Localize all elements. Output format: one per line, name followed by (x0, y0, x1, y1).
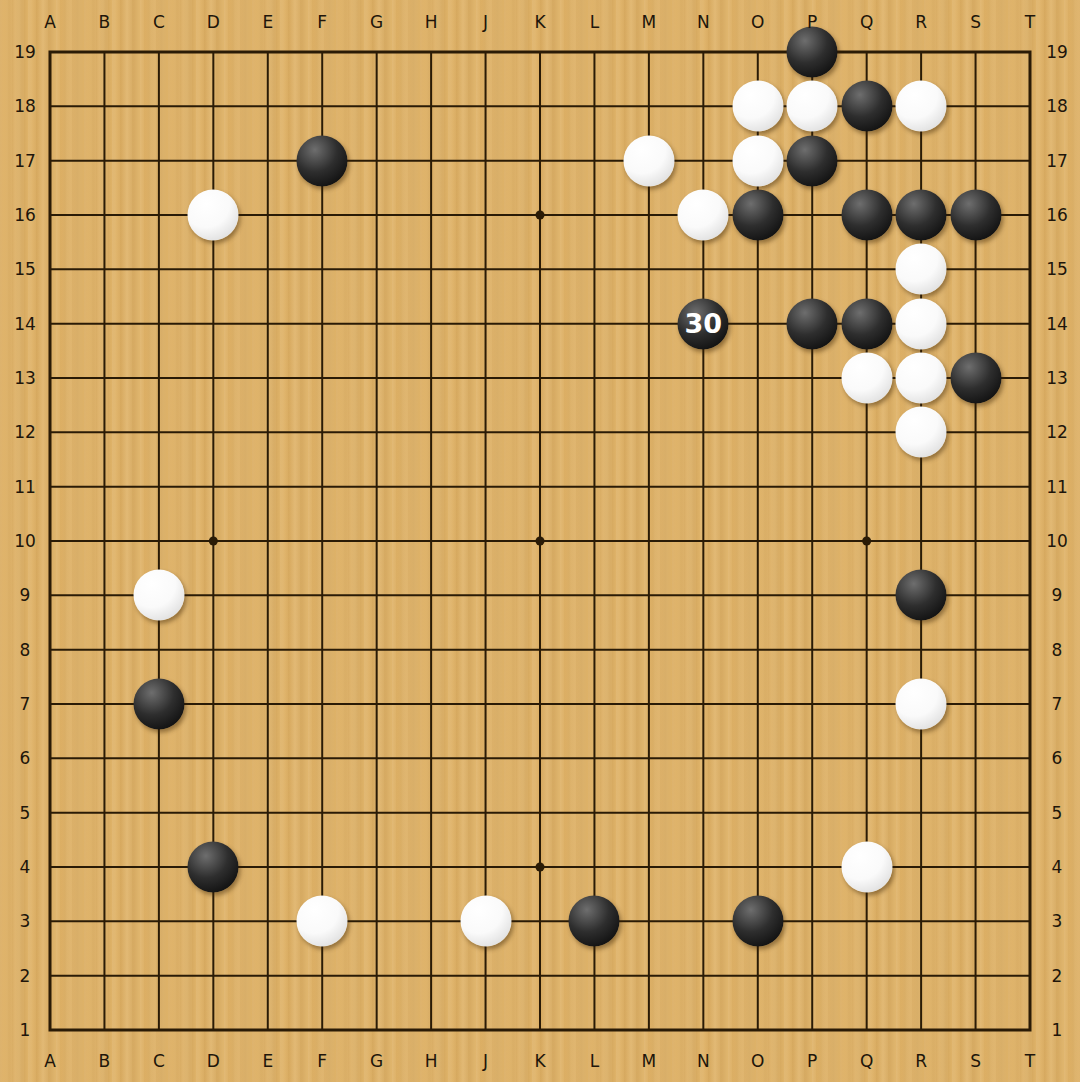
stone-black-P19 (785, 25, 839, 79)
stone-black-L3 (567, 894, 621, 948)
stone-white-Q13 (839, 351, 893, 405)
stone-white-O18 (731, 79, 785, 133)
stone-black-Q14 (839, 296, 893, 350)
stone-black-D4 (186, 840, 240, 894)
stone-black-S16 (948, 188, 1002, 242)
stones-layer: 30 (23, 25, 1057, 1057)
stone-black-N14: 30 (676, 296, 730, 350)
stone-black-C7 (132, 677, 186, 731)
stone-white-N16 (676, 188, 730, 242)
stone-white-P18 (785, 79, 839, 133)
stone-white-J3 (458, 894, 512, 948)
stone-white-R7 (894, 677, 948, 731)
move-number-label: 30 (685, 310, 723, 337)
stone-white-R18 (894, 79, 948, 133)
stone-white-M17 (622, 133, 676, 187)
go-board[interactable]: 30 AABBCCDDEEFFGGHHJJKKLLMMNNOOPPQQRRSST… (0, 0, 1080, 1082)
stone-white-O17 (731, 133, 785, 187)
stone-black-F17 (295, 133, 349, 187)
stone-black-Q16 (839, 188, 893, 242)
stone-black-P14 (785, 296, 839, 350)
stone-black-R16 (894, 188, 948, 242)
stone-white-D16 (186, 188, 240, 242)
stone-black-R9 (894, 568, 948, 622)
stone-white-F3 (295, 894, 349, 948)
stone-black-P17 (785, 133, 839, 187)
stone-white-R15 (894, 242, 948, 296)
stone-black-O16 (731, 188, 785, 242)
stone-white-R12 (894, 405, 948, 459)
stone-white-R14 (894, 296, 948, 350)
stone-black-Q18 (839, 79, 893, 133)
stone-white-Q4 (839, 840, 893, 894)
stone-white-R13 (894, 351, 948, 405)
stone-black-S13 (948, 351, 1002, 405)
stone-black-O3 (731, 894, 785, 948)
stone-white-C9 (132, 568, 186, 622)
